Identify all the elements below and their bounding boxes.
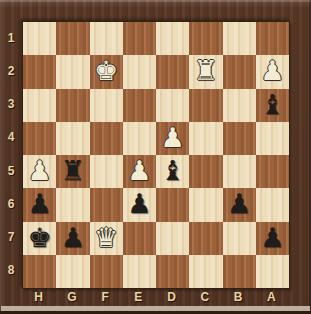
square-b6[interactable]: ♟ bbox=[223, 188, 256, 221]
file-label-b: B bbox=[222, 287, 255, 307]
white-pawn[interactable]: ♟ bbox=[28, 157, 52, 184]
square-g7[interactable]: ♟ bbox=[56, 222, 89, 255]
black-pawn[interactable]: ♟ bbox=[227, 190, 251, 217]
square-g1[interactable] bbox=[56, 22, 89, 55]
white-pawn[interactable]: ♟ bbox=[127, 157, 151, 184]
square-e8[interactable] bbox=[123, 255, 156, 288]
square-g5[interactable]: ♜ bbox=[56, 155, 89, 188]
square-d8[interactable] bbox=[156, 255, 189, 288]
rank-label-1: 1 bbox=[0, 21, 22, 54]
chess-board-frame: 12345678 ♚♜♟♝♟♟♜♟♝♟♟♟♚♟♛♟ HGFEDCBA bbox=[0, 0, 311, 314]
square-g6[interactable] bbox=[56, 188, 89, 221]
square-b8[interactable] bbox=[223, 255, 256, 288]
square-e4[interactable] bbox=[123, 122, 156, 155]
square-h5[interactable]: ♟ bbox=[23, 155, 56, 188]
square-c4[interactable] bbox=[189, 122, 222, 155]
square-f7[interactable]: ♛ bbox=[90, 222, 123, 255]
square-e1[interactable] bbox=[123, 22, 156, 55]
rank-label-5: 5 bbox=[0, 154, 22, 187]
square-h6[interactable]: ♟ bbox=[23, 188, 56, 221]
frame-right-bevel bbox=[309, 0, 311, 314]
square-h1[interactable] bbox=[23, 22, 56, 55]
white-king[interactable]: ♚ bbox=[94, 57, 118, 84]
black-pawn[interactable]: ♟ bbox=[127, 190, 151, 217]
square-f6[interactable] bbox=[90, 188, 123, 221]
black-bishop[interactable]: ♝ bbox=[161, 157, 185, 184]
square-a6[interactable] bbox=[256, 188, 289, 221]
square-h8[interactable] bbox=[23, 255, 56, 288]
square-d7[interactable] bbox=[156, 222, 189, 255]
square-c8[interactable] bbox=[189, 255, 222, 288]
square-f5[interactable] bbox=[90, 155, 123, 188]
file-labels-row: HGFEDCBA bbox=[22, 287, 288, 307]
square-h7[interactable]: ♚ bbox=[23, 222, 56, 255]
black-rook[interactable]: ♜ bbox=[61, 157, 85, 184]
square-d5[interactable]: ♝ bbox=[156, 155, 189, 188]
square-b5[interactable] bbox=[223, 155, 256, 188]
frame-top-bevel bbox=[0, 0, 311, 2]
square-h2[interactable] bbox=[23, 55, 56, 88]
square-e2[interactable] bbox=[123, 55, 156, 88]
white-rook[interactable]: ♜ bbox=[194, 57, 218, 84]
file-label-h: H bbox=[22, 287, 55, 307]
square-g8[interactable] bbox=[56, 255, 89, 288]
square-a3[interactable]: ♝ bbox=[256, 89, 289, 122]
square-h4[interactable] bbox=[23, 122, 56, 155]
rank-label-6: 6 bbox=[0, 187, 22, 220]
square-a8[interactable] bbox=[256, 255, 289, 288]
square-e5[interactable]: ♟ bbox=[123, 155, 156, 188]
white-pawn[interactable]: ♟ bbox=[161, 124, 185, 151]
file-label-c: C bbox=[188, 287, 221, 307]
rank-labels-column: 12345678 bbox=[0, 21, 22, 287]
black-bishop[interactable]: ♝ bbox=[260, 91, 284, 118]
square-f2[interactable]: ♚ bbox=[90, 55, 123, 88]
square-a4[interactable] bbox=[256, 122, 289, 155]
black-pawn[interactable]: ♟ bbox=[260, 224, 284, 251]
square-b4[interactable] bbox=[223, 122, 256, 155]
file-label-g: G bbox=[55, 287, 88, 307]
square-a1[interactable] bbox=[256, 22, 289, 55]
rank-label-4: 4 bbox=[0, 121, 22, 154]
square-g4[interactable] bbox=[56, 122, 89, 155]
square-b2[interactable] bbox=[223, 55, 256, 88]
square-d3[interactable] bbox=[156, 89, 189, 122]
square-c2[interactable]: ♜ bbox=[189, 55, 222, 88]
rank-label-8: 8 bbox=[0, 254, 22, 287]
file-label-a: A bbox=[255, 287, 288, 307]
square-b3[interactable] bbox=[223, 89, 256, 122]
chess-board: ♚♜♟♝♟♟♜♟♝♟♟♟♚♟♛♟ bbox=[22, 21, 290, 289]
square-b7[interactable] bbox=[223, 222, 256, 255]
file-label-e: E bbox=[122, 287, 155, 307]
square-h3[interactable] bbox=[23, 89, 56, 122]
file-label-d: D bbox=[155, 287, 188, 307]
square-a7[interactable]: ♟ bbox=[256, 222, 289, 255]
rank-label-7: 7 bbox=[0, 221, 22, 254]
square-e7[interactable] bbox=[123, 222, 156, 255]
square-d6[interactable] bbox=[156, 188, 189, 221]
square-g2[interactable] bbox=[56, 55, 89, 88]
file-label-f: F bbox=[89, 287, 122, 307]
square-d2[interactable] bbox=[156, 55, 189, 88]
square-c1[interactable] bbox=[189, 22, 222, 55]
white-queen[interactable]: ♛ bbox=[94, 224, 118, 251]
square-b1[interactable] bbox=[223, 22, 256, 55]
square-c5[interactable] bbox=[189, 155, 222, 188]
square-f8[interactable] bbox=[90, 255, 123, 288]
square-c3[interactable] bbox=[189, 89, 222, 122]
square-a2[interactable]: ♟ bbox=[256, 55, 289, 88]
square-f1[interactable] bbox=[90, 22, 123, 55]
square-e6[interactable]: ♟ bbox=[123, 188, 156, 221]
white-pawn[interactable]: ♟ bbox=[260, 57, 284, 84]
square-c6[interactable] bbox=[189, 188, 222, 221]
square-e3[interactable] bbox=[123, 89, 156, 122]
square-d1[interactable] bbox=[156, 22, 189, 55]
black-pawn[interactable]: ♟ bbox=[61, 224, 85, 251]
square-g3[interactable] bbox=[56, 89, 89, 122]
black-pawn[interactable]: ♟ bbox=[28, 190, 52, 217]
square-f4[interactable] bbox=[90, 122, 123, 155]
square-c7[interactable] bbox=[189, 222, 222, 255]
square-f3[interactable] bbox=[90, 89, 123, 122]
rank-label-2: 2 bbox=[0, 54, 22, 87]
rank-label-3: 3 bbox=[0, 88, 22, 121]
black-king[interactable]: ♚ bbox=[28, 224, 52, 251]
square-a5[interactable] bbox=[256, 155, 289, 188]
square-d4[interactable]: ♟ bbox=[156, 122, 189, 155]
